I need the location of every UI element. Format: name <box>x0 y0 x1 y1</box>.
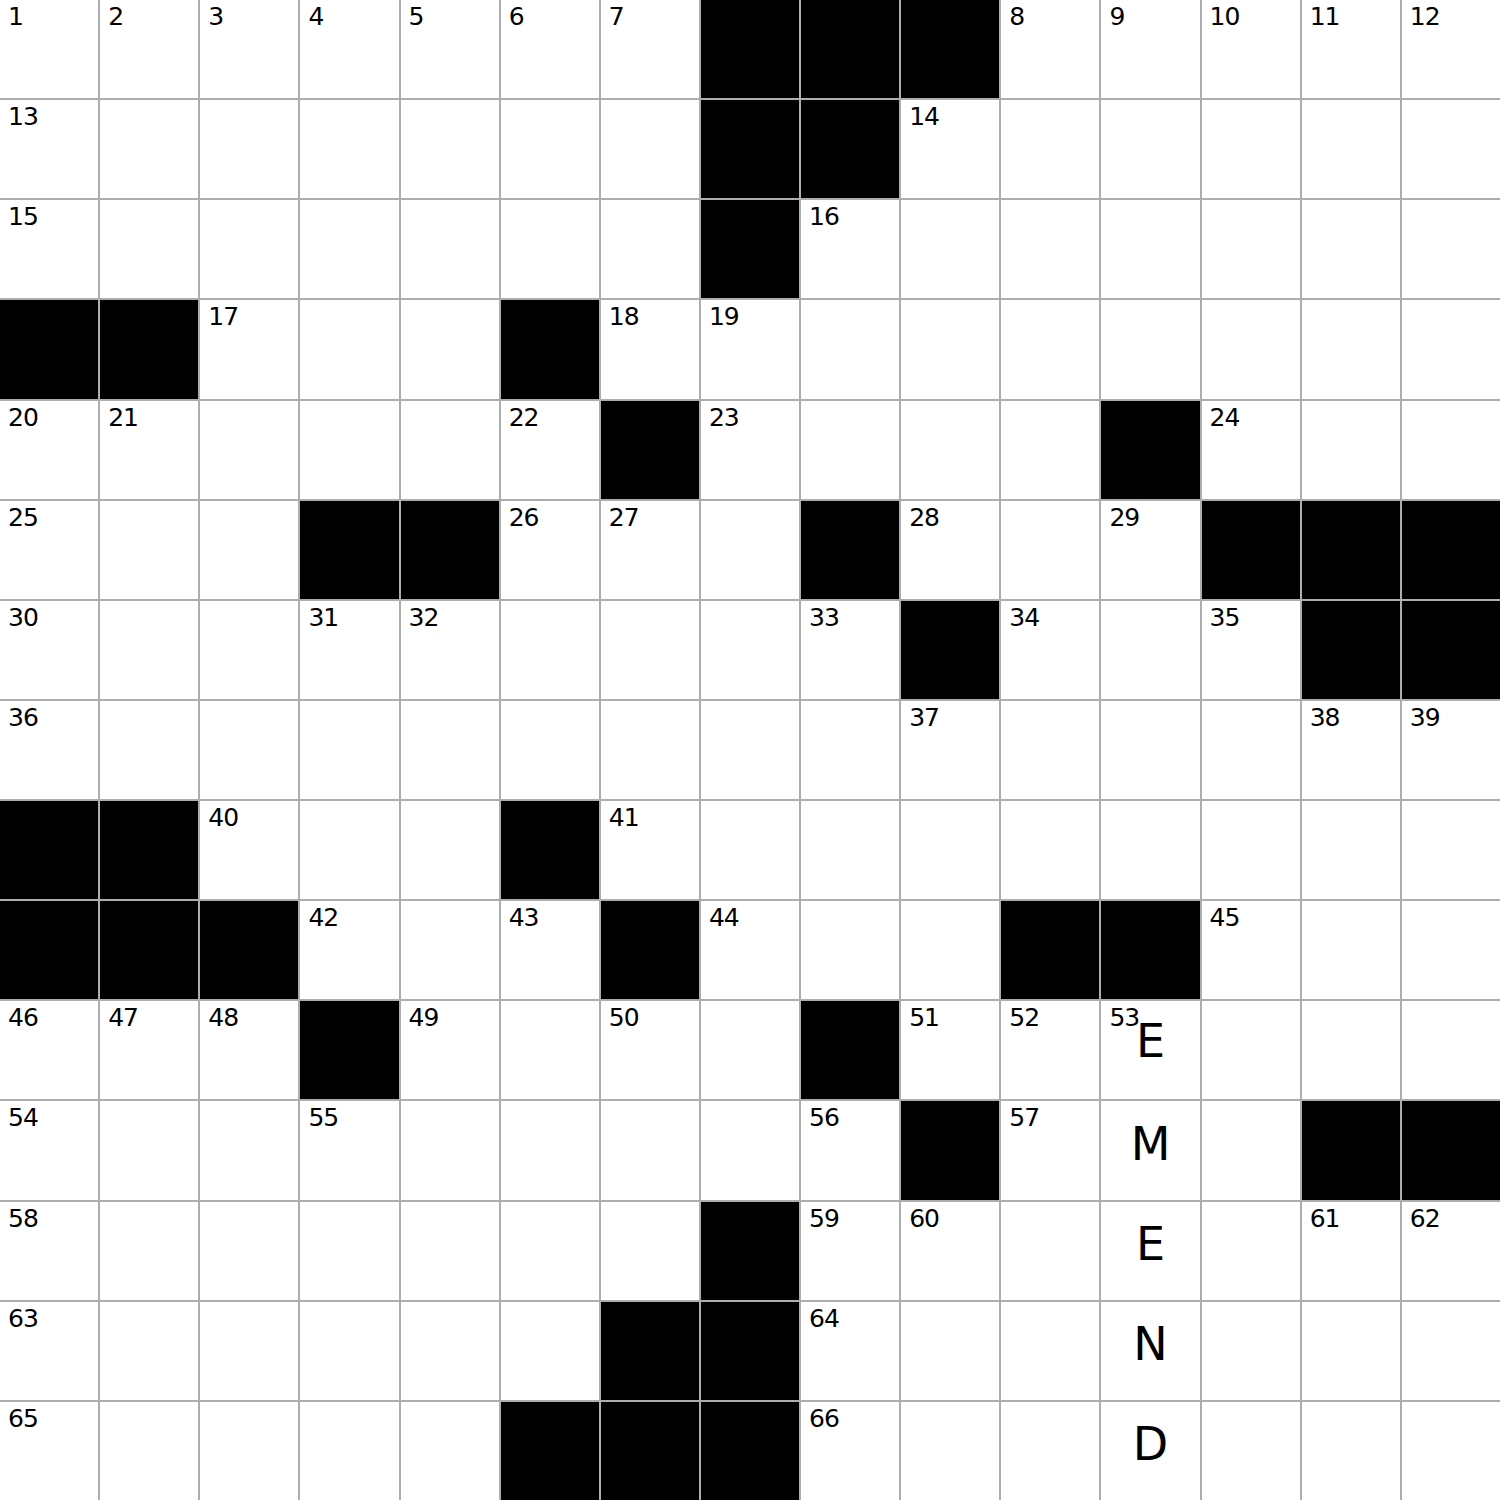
clue-number: 64 <box>809 1306 839 1332</box>
white-cell[interactable] <box>1402 300 1500 398</box>
white-cell[interactable]: 62 <box>1402 1202 1500 1300</box>
black-cell <box>300 1001 398 1099</box>
white-cell[interactable]: 66 <box>801 1402 899 1500</box>
white-cell[interactable] <box>1202 100 1300 198</box>
white-cell[interactable]: 60 <box>901 1202 999 1300</box>
white-cell[interactable] <box>1001 100 1099 198</box>
clue-number: 37 <box>909 705 939 731</box>
white-cell[interactable] <box>601 1101 699 1199</box>
clue-number: 36 <box>8 705 38 731</box>
white-cell[interactable] <box>1001 300 1099 398</box>
black-cell <box>601 1402 699 1500</box>
clue-number: 55 <box>308 1105 338 1131</box>
clue-number: 63 <box>8 1306 38 1332</box>
white-cell[interactable] <box>1001 801 1099 899</box>
white-cell[interactable] <box>1202 1302 1300 1400</box>
black-cell <box>601 401 699 499</box>
white-cell[interactable]: 7 <box>601 0 699 98</box>
entered-letter: M <box>1101 1094 1199 1192</box>
white-cell[interactable] <box>200 1302 298 1400</box>
white-cell[interactable]: 55 <box>300 1101 398 1199</box>
clue-number: 42 <box>308 905 338 931</box>
white-cell[interactable] <box>901 200 999 298</box>
white-cell[interactable] <box>200 701 298 799</box>
white-cell[interactable]: 8 <box>1001 0 1099 98</box>
white-cell[interactable]: 42 <box>300 901 398 999</box>
white-cell[interactable] <box>1402 801 1500 899</box>
white-cell[interactable] <box>1302 901 1400 999</box>
white-cell[interactable]: 25 <box>0 501 98 599</box>
white-cell[interactable]: 36 <box>0 701 98 799</box>
white-cell[interactable] <box>1001 701 1099 799</box>
clue-number: 50 <box>609 1005 639 1031</box>
white-cell[interactable] <box>401 801 499 899</box>
black-cell <box>701 0 799 98</box>
clue-number: 6 <box>509 4 524 30</box>
clue-number: 47 <box>108 1005 138 1031</box>
clue-number: 28 <box>909 505 939 531</box>
clue-number: 17 <box>208 304 238 330</box>
white-cell[interactable] <box>1202 1001 1300 1099</box>
black-cell <box>0 801 98 899</box>
black-cell <box>401 501 499 599</box>
black-cell <box>0 901 98 999</box>
white-cell[interactable] <box>1101 300 1199 398</box>
black-cell <box>501 801 599 899</box>
white-cell[interactable] <box>1302 1302 1400 1400</box>
white-cell[interactable] <box>100 200 198 298</box>
black-cell <box>801 501 899 599</box>
white-cell[interactable]: 28 <box>901 501 999 599</box>
clue-number: 56 <box>809 1105 839 1131</box>
white-cell[interactable]: 50 <box>601 1001 699 1099</box>
white-cell[interactable] <box>200 501 298 599</box>
white-cell[interactable] <box>1302 1001 1400 1099</box>
white-cell[interactable] <box>300 1302 398 1400</box>
white-cell[interactable] <box>701 1101 799 1199</box>
white-cell[interactable]: 27 <box>601 501 699 599</box>
white-cell[interactable] <box>901 901 999 999</box>
clue-number: 61 <box>1310 1206 1340 1232</box>
white-cell[interactable] <box>100 701 198 799</box>
black-cell <box>601 1302 699 1400</box>
white-cell[interactable] <box>1302 300 1400 398</box>
white-cell[interactable] <box>1302 401 1400 499</box>
white-cell[interactable] <box>801 901 899 999</box>
black-cell <box>701 1202 799 1300</box>
black-cell <box>701 1402 799 1500</box>
white-cell[interactable] <box>1302 100 1400 198</box>
white-cell[interactable]: 59 <box>801 1202 899 1300</box>
white-cell[interactable] <box>401 1101 499 1199</box>
white-cell[interactable] <box>1001 1402 1099 1500</box>
clue-number: 66 <box>809 1406 839 1432</box>
white-cell[interactable]: 2 <box>100 0 198 98</box>
white-cell[interactable] <box>401 701 499 799</box>
white-cell[interactable] <box>1202 1101 1300 1199</box>
black-cell <box>1101 401 1199 499</box>
white-cell[interactable] <box>901 1402 999 1500</box>
white-cell[interactable] <box>701 501 799 599</box>
white-cell[interactable]: 47 <box>100 1001 198 1099</box>
black-cell <box>1402 501 1500 599</box>
white-cell[interactable] <box>300 701 398 799</box>
white-cell[interactable] <box>801 701 899 799</box>
white-cell[interactable] <box>801 401 899 499</box>
white-cell[interactable]: 51 <box>901 1001 999 1099</box>
clue-number: 48 <box>208 1005 238 1031</box>
white-cell[interactable] <box>601 601 699 699</box>
white-cell[interactable] <box>200 200 298 298</box>
white-cell[interactable]: 63 <box>0 1302 98 1400</box>
clue-number: 16 <box>809 204 839 230</box>
clue-number: 13 <box>8 104 38 130</box>
white-cell[interactable]: 22 <box>501 401 599 499</box>
white-cell[interactable]: 43 <box>501 901 599 999</box>
white-cell[interactable] <box>801 300 899 398</box>
crossword-grid: 1234567891011121314151617181920212223242… <box>0 0 1500 1500</box>
white-cell[interactable]: 14 <box>901 100 999 198</box>
white-cell[interactable]: 26 <box>501 501 599 599</box>
white-cell[interactable] <box>901 401 999 499</box>
black-cell <box>100 300 198 398</box>
black-cell <box>200 901 298 999</box>
white-cell[interactable] <box>901 1302 999 1400</box>
white-cell[interactable]: 20 <box>0 401 98 499</box>
white-cell[interactable] <box>1302 801 1400 899</box>
white-cell[interactable]: 11 <box>1302 0 1400 98</box>
clue-number: 33 <box>809 605 839 631</box>
clue-number: 58 <box>8 1206 38 1232</box>
white-cell[interactable] <box>1202 1202 1300 1300</box>
white-cell[interactable] <box>100 1402 198 1500</box>
white-cell[interactable]: 65 <box>0 1402 98 1500</box>
clue-number: 23 <box>709 405 739 431</box>
white-cell[interactable] <box>1001 501 1099 599</box>
white-cell[interactable] <box>200 100 298 198</box>
white-cell[interactable]: 46 <box>0 1001 98 1099</box>
clue-number: 29 <box>1109 505 1139 531</box>
black-cell <box>901 1101 999 1199</box>
white-cell[interactable]: 58 <box>0 1202 98 1300</box>
clue-number: 3 <box>208 4 223 30</box>
white-cell[interactable] <box>300 100 398 198</box>
white-cell[interactable] <box>601 1202 699 1300</box>
white-cell[interactable] <box>100 1202 198 1300</box>
white-cell[interactable]: 32 <box>401 601 499 699</box>
white-cell[interactable]: 1 <box>0 0 98 98</box>
white-cell[interactable] <box>1402 1302 1500 1400</box>
white-cell[interactable] <box>1202 1402 1300 1500</box>
white-cell[interactable]: 4 <box>300 0 398 98</box>
white-cell[interactable]: 17 <box>200 300 298 398</box>
white-cell[interactable]: 48 <box>200 1001 298 1099</box>
black-cell <box>601 901 699 999</box>
white-cell[interactable] <box>200 1202 298 1300</box>
white-cell[interactable] <box>1001 1302 1099 1400</box>
white-cell[interactable]: 13 <box>0 100 98 198</box>
white-cell[interactable] <box>401 401 499 499</box>
white-cell[interactable] <box>100 100 198 198</box>
black-cell <box>901 0 999 98</box>
clue-number: 5 <box>409 4 424 30</box>
black-cell <box>701 200 799 298</box>
white-cell[interactable]: 39 <box>1402 701 1500 799</box>
clue-number: 12 <box>1410 4 1440 30</box>
clue-number: 22 <box>509 405 539 431</box>
clue-number: 52 <box>1009 1005 1039 1031</box>
white-cell[interactable]: 12 <box>1402 0 1500 98</box>
white-cell[interactable] <box>501 1302 599 1400</box>
white-cell[interactable] <box>401 200 499 298</box>
black-cell <box>901 601 999 699</box>
clue-number: 20 <box>8 405 38 431</box>
white-cell[interactable]: M <box>1101 1101 1199 1199</box>
white-cell[interactable]: 38 <box>1302 701 1400 799</box>
white-cell[interactable] <box>100 601 198 699</box>
white-cell[interactable]: 54 <box>0 1101 98 1199</box>
white-cell[interactable] <box>300 801 398 899</box>
clue-number: 54 <box>8 1105 38 1131</box>
black-cell <box>501 1402 599 1500</box>
black-cell <box>300 501 398 599</box>
white-cell[interactable] <box>401 100 499 198</box>
white-cell[interactable] <box>1302 200 1400 298</box>
clue-number: 19 <box>709 304 739 330</box>
white-cell[interactable]: 6 <box>501 0 599 98</box>
white-cell[interactable]: 52 <box>1001 1001 1099 1099</box>
white-cell[interactable] <box>1202 200 1300 298</box>
white-cell[interactable]: 29 <box>1101 501 1199 599</box>
clue-number: 1 <box>8 4 23 30</box>
clue-number: 15 <box>8 204 38 230</box>
clue-number: 40 <box>208 805 238 831</box>
white-cell[interactable]: 34 <box>1001 601 1099 699</box>
white-cell[interactable]: 30 <box>0 601 98 699</box>
white-cell[interactable]: N <box>1101 1302 1199 1400</box>
clue-number: 25 <box>8 505 38 531</box>
white-cell[interactable] <box>401 1302 499 1400</box>
white-cell[interactable] <box>300 300 398 398</box>
clue-number: 2 <box>108 4 123 30</box>
clue-number: 11 <box>1310 4 1340 30</box>
clue-number: 44 <box>709 905 739 931</box>
white-cell[interactable]: 35 <box>1202 601 1300 699</box>
white-cell[interactable] <box>300 1402 398 1500</box>
white-cell[interactable] <box>1001 1202 1099 1300</box>
clue-number: 45 <box>1210 905 1240 931</box>
white-cell[interactable]: 10 <box>1202 0 1300 98</box>
black-cell <box>1302 601 1400 699</box>
white-cell[interactable] <box>1001 401 1099 499</box>
white-cell[interactable] <box>701 801 799 899</box>
white-cell[interactable] <box>1001 200 1099 298</box>
clue-number: 46 <box>8 1005 38 1031</box>
clue-number: 65 <box>8 1406 38 1432</box>
white-cell[interactable]: 23 <box>701 401 799 499</box>
white-cell[interactable]: E <box>1101 1202 1199 1300</box>
white-cell[interactable] <box>1202 300 1300 398</box>
white-cell[interactable] <box>1402 200 1500 298</box>
white-cell[interactable]: 31 <box>300 601 398 699</box>
white-cell[interactable] <box>701 1001 799 1099</box>
black-cell <box>1202 501 1300 599</box>
white-cell[interactable] <box>1101 200 1199 298</box>
black-cell <box>1402 601 1500 699</box>
white-cell[interactable] <box>1202 801 1300 899</box>
clue-number: 21 <box>108 405 138 431</box>
white-cell[interactable]: 45 <box>1202 901 1300 999</box>
white-cell[interactable] <box>401 901 499 999</box>
white-cell[interactable] <box>1402 100 1500 198</box>
white-cell[interactable]: 56 <box>801 1101 899 1199</box>
white-cell[interactable]: 19 <box>701 300 799 398</box>
white-cell[interactable] <box>501 1101 599 1199</box>
white-cell[interactable]: 41 <box>601 801 699 899</box>
clue-number: 26 <box>509 505 539 531</box>
clue-number: 43 <box>509 905 539 931</box>
clue-number: 31 <box>308 605 338 631</box>
white-cell[interactable] <box>501 100 599 198</box>
clue-number: 35 <box>1210 605 1240 631</box>
black-cell <box>801 100 899 198</box>
white-cell[interactable] <box>1402 901 1500 999</box>
clue-number: 34 <box>1009 605 1039 631</box>
white-cell[interactable] <box>200 601 298 699</box>
black-cell <box>801 1001 899 1099</box>
white-cell[interactable]: 61 <box>1302 1202 1400 1300</box>
clue-number: 14 <box>909 104 939 130</box>
black-cell <box>0 300 98 398</box>
clue-number: 18 <box>609 304 639 330</box>
white-cell[interactable] <box>1101 601 1199 699</box>
white-cell[interactable] <box>601 701 699 799</box>
white-cell[interactable] <box>601 200 699 298</box>
white-cell[interactable]: 21 <box>100 401 198 499</box>
white-cell[interactable] <box>200 401 298 499</box>
black-cell <box>1101 901 1199 999</box>
white-cell[interactable] <box>601 100 699 198</box>
black-cell <box>801 0 899 98</box>
white-cell[interactable] <box>501 1202 599 1300</box>
white-cell[interactable] <box>701 701 799 799</box>
clue-number: 59 <box>809 1206 839 1232</box>
white-cell[interactable] <box>801 801 899 899</box>
white-cell[interactable] <box>100 1101 198 1199</box>
clue-number: 32 <box>409 605 439 631</box>
white-cell[interactable]: 9 <box>1101 0 1199 98</box>
white-cell[interactable] <box>200 1101 298 1199</box>
entered-letter: D <box>1101 1395 1199 1493</box>
clue-number: 10 <box>1210 4 1240 30</box>
white-cell[interactable]: 18 <box>601 300 699 398</box>
white-cell[interactable] <box>501 1001 599 1099</box>
white-cell[interactable]: 64 <box>801 1302 899 1400</box>
clue-number: 60 <box>909 1206 939 1232</box>
entered-letter: N <box>1101 1295 1199 1393</box>
white-cell[interactable] <box>300 1202 398 1300</box>
white-cell[interactable] <box>1101 801 1199 899</box>
white-cell[interactable]: 5 <box>401 0 499 98</box>
clue-number: 39 <box>1410 705 1440 731</box>
black-cell <box>1001 901 1099 999</box>
clue-number: 7 <box>609 4 624 30</box>
white-cell[interactable]: 15 <box>0 200 98 298</box>
clue-number: 9 <box>1109 4 1124 30</box>
white-cell[interactable]: 3 <box>200 0 298 98</box>
white-cell[interactable]: 44 <box>701 901 799 999</box>
white-cell[interactable] <box>401 1202 499 1300</box>
white-cell[interactable] <box>701 601 799 699</box>
clue-number: 4 <box>308 4 323 30</box>
white-cell[interactable] <box>1202 701 1300 799</box>
white-cell[interactable] <box>200 1402 298 1500</box>
white-cell[interactable]: 53E <box>1101 1001 1199 1099</box>
white-cell[interactable] <box>901 801 999 899</box>
white-cell[interactable] <box>1402 1001 1500 1099</box>
black-cell <box>1402 1101 1500 1199</box>
clue-number: 30 <box>8 605 38 631</box>
white-cell[interactable]: 49 <box>401 1001 499 1099</box>
white-cell[interactable] <box>501 701 599 799</box>
white-cell[interactable] <box>1101 701 1199 799</box>
black-cell <box>701 100 799 198</box>
clue-number: 62 <box>1410 1206 1440 1232</box>
white-cell[interactable] <box>501 200 599 298</box>
white-cell[interactable] <box>501 601 599 699</box>
white-cell[interactable]: 57 <box>1001 1101 1099 1199</box>
white-cell[interactable] <box>401 300 499 398</box>
black-cell <box>501 300 599 398</box>
clue-number: 57 <box>1009 1105 1039 1131</box>
white-cell[interactable] <box>1402 1402 1500 1500</box>
clue-number: 27 <box>609 505 639 531</box>
entered-letter: E <box>1101 1001 1199 1099</box>
black-cell <box>1302 1101 1400 1199</box>
white-cell[interactable] <box>1402 401 1500 499</box>
black-cell <box>1302 501 1400 599</box>
white-cell[interactable] <box>1101 100 1199 198</box>
white-cell[interactable] <box>901 300 999 398</box>
clue-number: 41 <box>609 805 639 831</box>
clue-number: 49 <box>409 1005 439 1031</box>
white-cell[interactable] <box>300 401 398 499</box>
white-cell[interactable] <box>1302 1402 1400 1500</box>
white-cell[interactable]: 24 <box>1202 401 1300 499</box>
white-cell[interactable]: D <box>1101 1402 1199 1500</box>
white-cell[interactable] <box>401 1402 499 1500</box>
clue-number: 51 <box>909 1005 939 1031</box>
white-cell[interactable]: 16 <box>801 200 899 298</box>
white-cell[interactable] <box>300 200 398 298</box>
black-cell <box>100 901 198 999</box>
black-cell <box>100 801 198 899</box>
white-cell[interactable]: 33 <box>801 601 899 699</box>
white-cell[interactable] <box>100 501 198 599</box>
clue-number: 38 <box>1310 705 1340 731</box>
white-cell[interactable]: 40 <box>200 801 298 899</box>
white-cell[interactable]: 37 <box>901 701 999 799</box>
clue-number: 24 <box>1210 405 1240 431</box>
white-cell[interactable] <box>100 1302 198 1400</box>
black-cell <box>701 1302 799 1400</box>
clue-number: 8 <box>1009 4 1024 30</box>
entered-letter: E <box>1101 1195 1199 1293</box>
